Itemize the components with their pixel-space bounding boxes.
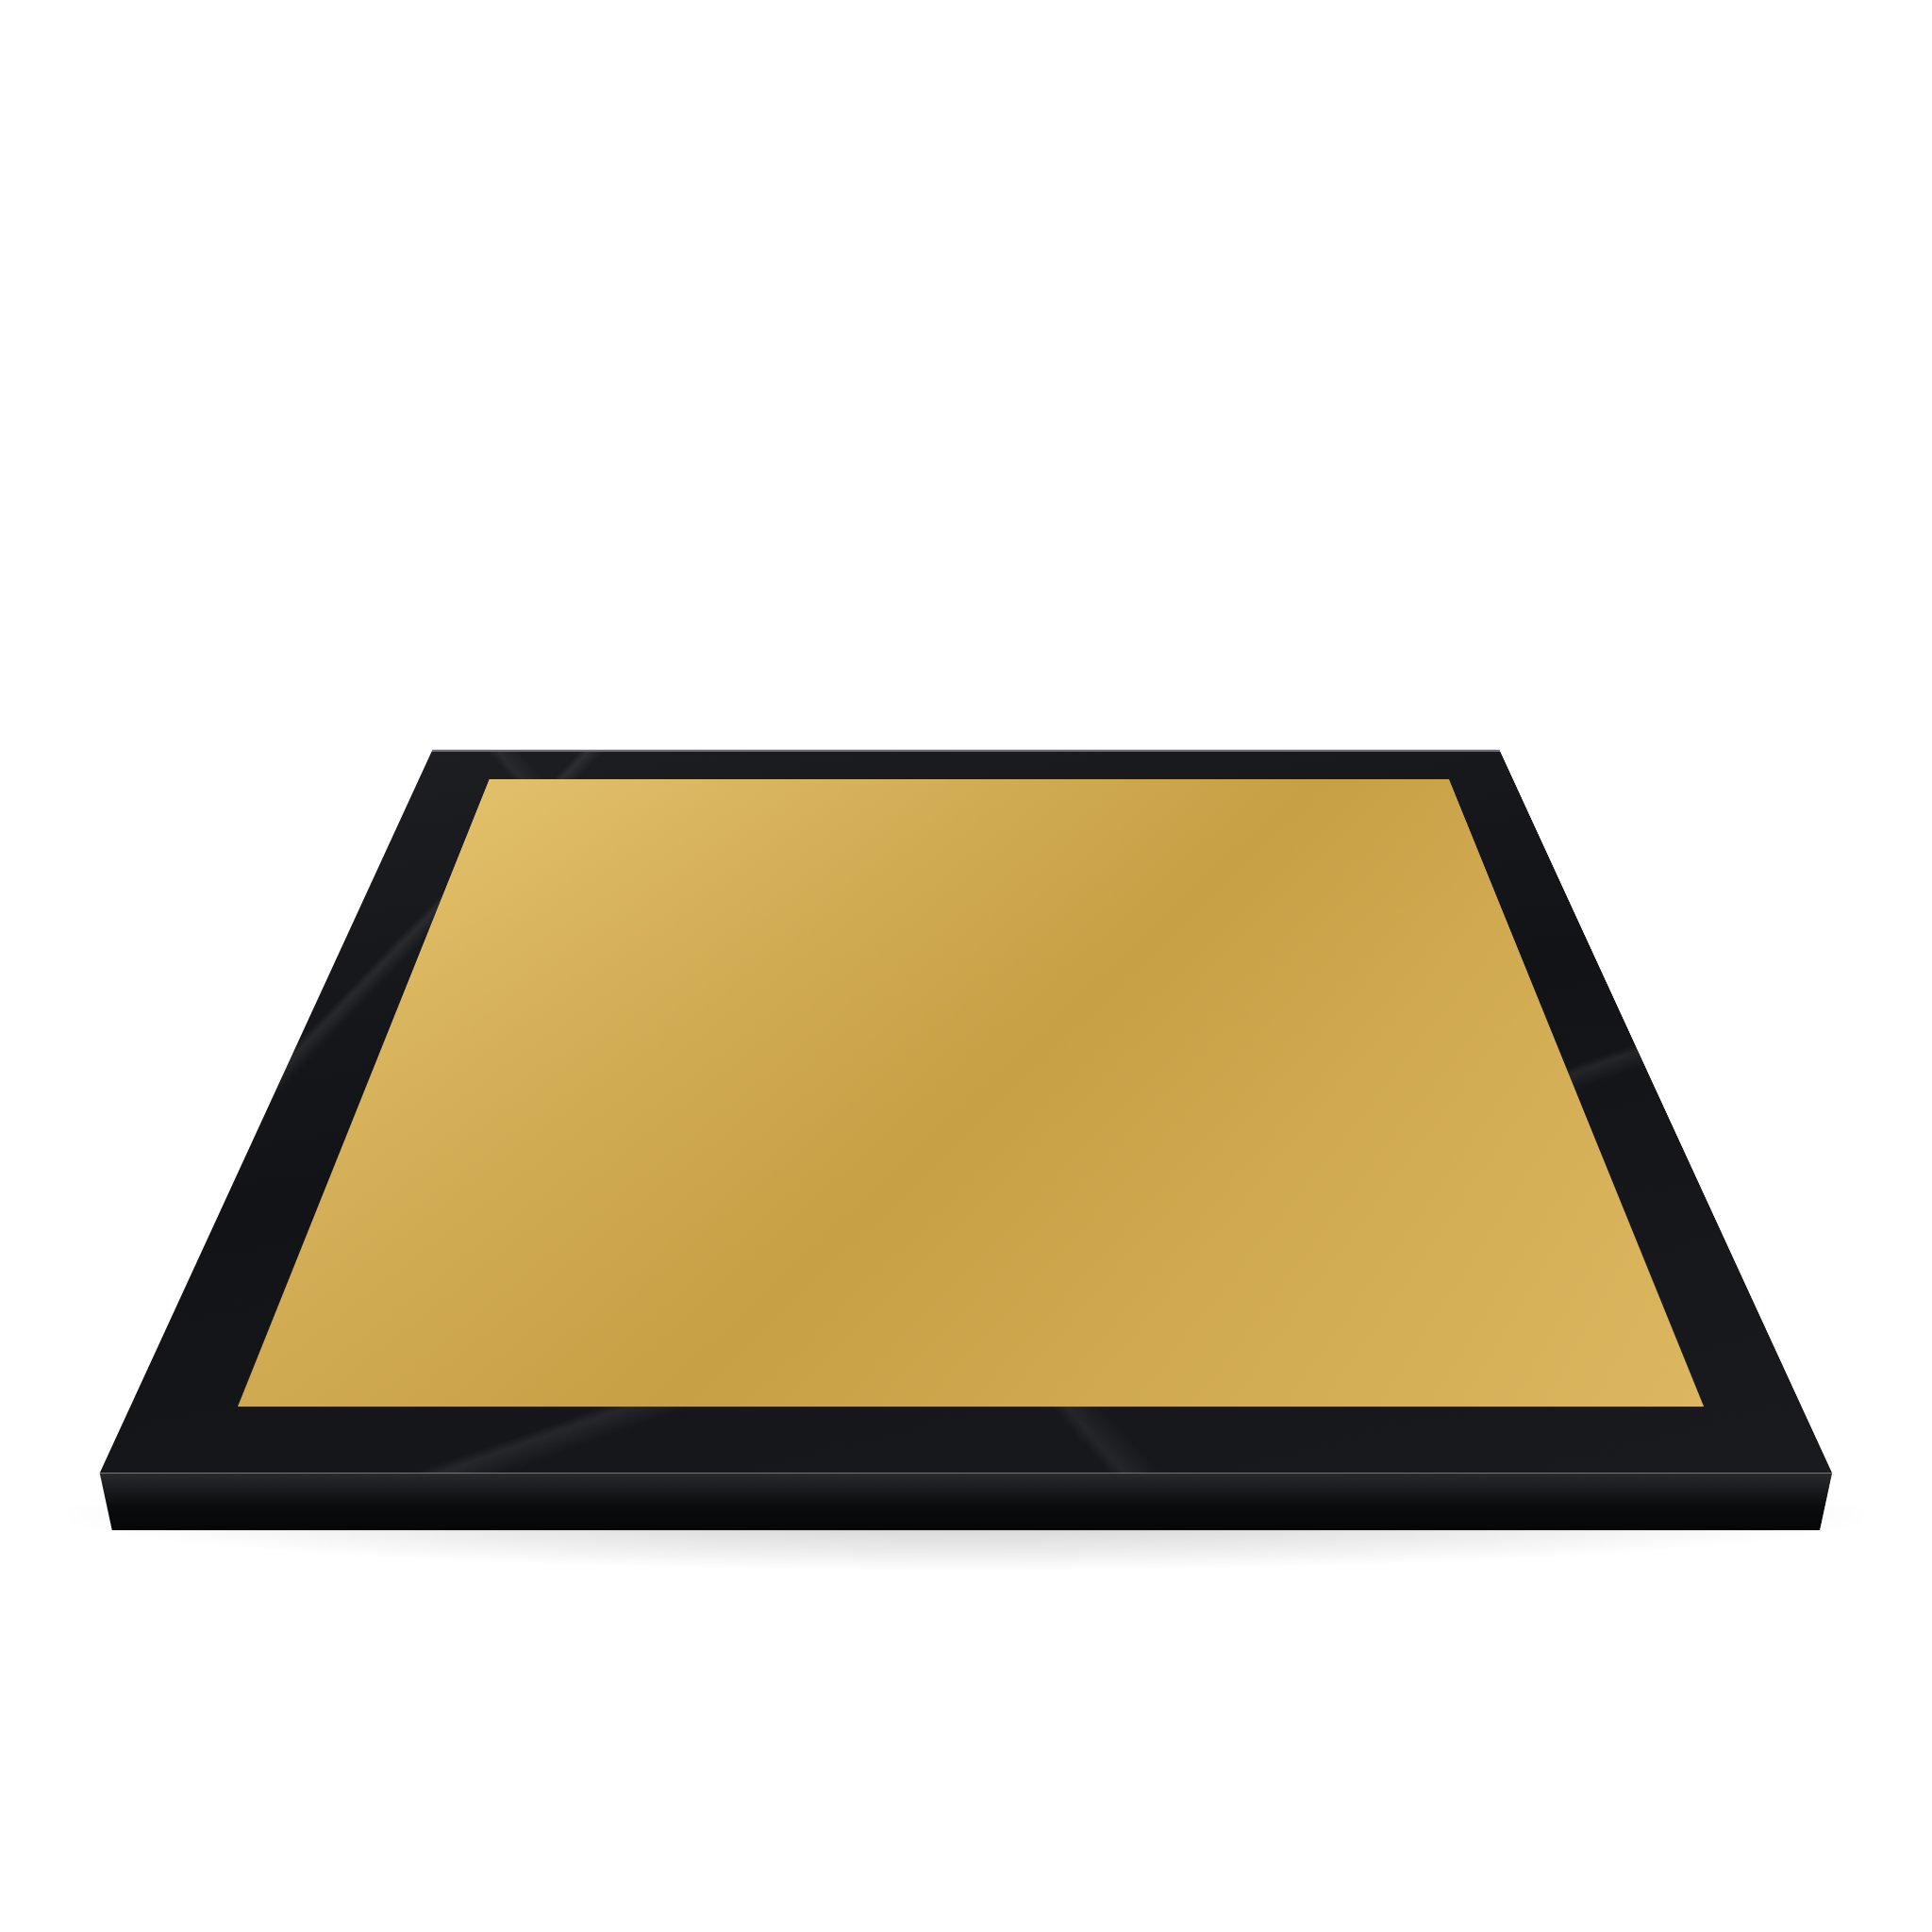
board-top-surface [100, 750, 1833, 1474]
playing-field [238, 779, 1704, 1407]
chess-board [100, 750, 1833, 1474]
product-photo-page [0, 0, 1932, 1932]
board-front-edge [100, 1473, 1833, 1530]
chessboard-scene [0, 0, 1932, 1932]
